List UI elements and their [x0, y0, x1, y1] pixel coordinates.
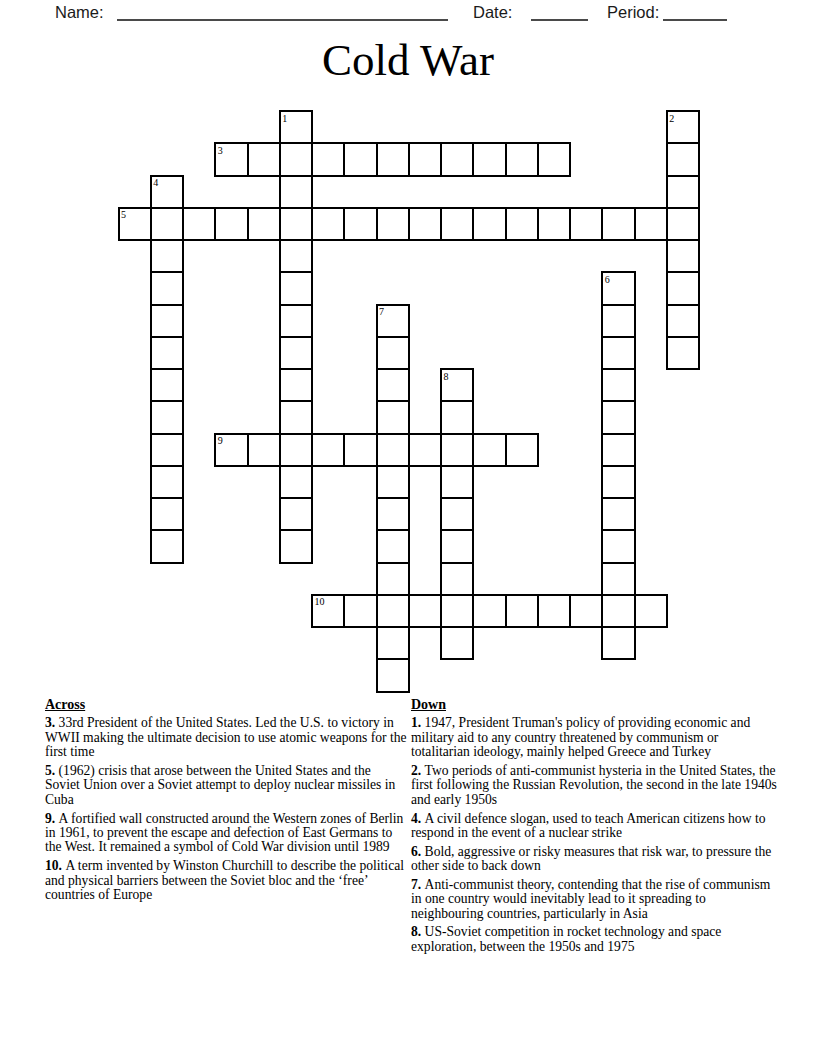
grid-cell-r9c5[interactable] [279, 400, 313, 434]
across-clue-list: 3. 33rd President of the United States. … [45, 716, 407, 902]
grid-cell-r8c8[interactable] [376, 368, 410, 402]
clue-down-1: 1. 1947, President Truman's policy of pr… [411, 716, 780, 759]
grid-cell-r8c5[interactable] [279, 368, 313, 402]
grid-cell-r8c15[interactable] [601, 368, 635, 402]
grid-cell-r6c17[interactable] [666, 304, 700, 338]
clue-num-label: 8. [411, 924, 425, 939]
grid-cell-r5c5[interactable] [279, 271, 313, 305]
grid-cell-r15c15[interactable] [601, 594, 635, 628]
grid-cell-r12c8[interactable] [376, 497, 410, 531]
grid-cell-r3c1[interactable] [150, 207, 184, 241]
date-blank-line [531, 19, 588, 21]
clue-num-label: 7. [411, 877, 425, 892]
grid-cell-r10c5[interactable] [279, 433, 313, 467]
clue-down-6: 6. Bold, aggressive or risky measures th… [411, 845, 780, 874]
grid-cell-r1c3[interactable] [214, 142, 248, 176]
period-label: Period: [607, 3, 659, 22]
grid-cell-r10c3[interactable] [214, 433, 248, 467]
grid-cell-r10c15[interactable] [601, 433, 635, 467]
grid-cell-r15c11[interactable] [472, 594, 506, 628]
grid-cell-r14c10[interactable] [440, 562, 474, 596]
grid-cell-r3c8[interactable] [376, 207, 410, 241]
grid-cell-r6c15[interactable] [601, 304, 635, 338]
grid-cell-r1c5[interactable] [279, 142, 313, 176]
grid-cell-r3c6[interactable] [311, 207, 345, 241]
grid-cell-r16c8[interactable] [376, 626, 410, 660]
grid-cell-r13c15[interactable] [601, 529, 635, 563]
period-blank-line [663, 19, 727, 21]
grid-cell-r1c12[interactable] [505, 142, 539, 176]
clue-num-label: 5. [45, 763, 59, 778]
down-clue-list: 1. 1947, President Truman's policy of pr… [411, 716, 780, 954]
grid-cell-r15c10[interactable] [440, 594, 474, 628]
clue-num-label: 6. [411, 844, 425, 859]
grid-cell-r3c15[interactable] [601, 207, 635, 241]
clue-across-5: 5. (1962) crisis that arose between the … [45, 764, 407, 807]
grid-cell-r10c6[interactable] [311, 433, 345, 467]
grid-cell-r10c7[interactable] [343, 433, 377, 467]
grid-cell-r13c5[interactable] [279, 529, 313, 563]
grid-cell-r10c12[interactable] [505, 433, 539, 467]
across-clues-section: Across 3. 33rd President of the United S… [45, 698, 407, 907]
grid-cell-r6c8[interactable] [376, 304, 410, 338]
grid-cell-r11c8[interactable] [376, 465, 410, 499]
grid-cell-r12c10[interactable] [440, 497, 474, 531]
grid-cell-r3c3[interactable] [214, 207, 248, 241]
grid-cell-r7c5[interactable] [279, 336, 313, 370]
clue-across-9: 9. A fortified wall constructed around t… [45, 812, 407, 855]
grid-cell-r16c15[interactable] [601, 626, 635, 660]
grid-cell-r10c10[interactable] [440, 433, 474, 467]
clue-down-4: 4. A civil defence slogan, used to teach… [411, 812, 780, 841]
grid-cell-r4c17[interactable] [666, 239, 700, 273]
grid-cell-r7c15[interactable] [601, 336, 635, 370]
grid-cell-r1c13[interactable] [537, 142, 571, 176]
grid-cell-r1c6[interactable] [311, 142, 345, 176]
grid-cell-r13c10[interactable] [440, 529, 474, 563]
grid-cell-r0c17[interactable] [666, 110, 700, 144]
grid-cell-r12c1[interactable] [150, 497, 184, 531]
grid-cell-r15c12[interactable] [505, 594, 539, 628]
grid-cell-r11c15[interactable] [601, 465, 635, 499]
grid-cell-r10c4[interactable] [247, 433, 281, 467]
grid-cell-r3c12[interactable] [505, 207, 539, 241]
grid-cell-r14c8[interactable] [376, 562, 410, 596]
grid-cell-r10c8[interactable] [376, 433, 410, 467]
grid-cell-r3c7[interactable] [343, 207, 377, 241]
grid-cell-r7c8[interactable] [376, 336, 410, 370]
grid-cell-r1c7[interactable] [343, 142, 377, 176]
grid-cell-r3c4[interactable] [247, 207, 281, 241]
grid-cell-r9c1[interactable] [150, 400, 184, 434]
grid-cell-r15c13[interactable] [537, 594, 571, 628]
grid-cell-r1c11[interactable] [472, 142, 506, 176]
grid-cell-r15c16[interactable] [634, 594, 668, 628]
grid-cell-r14c15[interactable] [601, 562, 635, 596]
across-heading: Across [45, 698, 407, 712]
grid-cell-r11c1[interactable] [150, 465, 184, 499]
worksheet-header: Name: Date: Period: [0, 3, 816, 25]
crossword-grid: 12345678910 [118, 110, 700, 692]
grid-cell-r5c15[interactable] [601, 271, 635, 305]
grid-cell-r3c10[interactable] [440, 207, 474, 241]
grid-cell-r2c17[interactable] [666, 175, 700, 209]
grid-cell-r15c7[interactable] [343, 594, 377, 628]
grid-cell-r1c4[interactable] [247, 142, 281, 176]
grid-cell-r10c9[interactable] [408, 433, 442, 467]
grid-cell-r3c13[interactable] [537, 207, 571, 241]
grid-cell-r4c1[interactable] [150, 239, 184, 273]
down-heading: Down [411, 698, 780, 712]
grid-cell-r1c17[interactable] [666, 142, 700, 176]
grid-cell-r9c8[interactable] [376, 400, 410, 434]
grid-cell-r3c16[interactable] [634, 207, 668, 241]
grid-cell-r13c8[interactable] [376, 529, 410, 563]
grid-cell-r3c11[interactable] [472, 207, 506, 241]
clue-down-2: 2. Two periods of anti-communist hysteri… [411, 764, 780, 807]
grid-cell-r7c17[interactable] [666, 336, 700, 370]
clue-num-label: 1. [411, 715, 425, 730]
grid-cell-r2c1[interactable] [150, 175, 184, 209]
grid-cell-r6c1[interactable] [150, 304, 184, 338]
grid-cell-r3c9[interactable] [408, 207, 442, 241]
grid-cell-r5c17[interactable] [666, 271, 700, 305]
clue-across-10: 10. A term invented by Winston Churchill… [45, 859, 407, 902]
grid-cell-r3c2[interactable] [182, 207, 216, 241]
grid-cell-r3c0[interactable] [118, 207, 152, 241]
grid-cell-r8c10[interactable] [440, 368, 474, 402]
clue-down-7: 7. Anti-communist theory, contending tha… [411, 878, 780, 921]
date-label: Date: [473, 3, 512, 22]
grid-cell-r3c17[interactable] [666, 207, 700, 241]
grid-cell-r4c5[interactable] [279, 239, 313, 273]
name-blank-line [117, 19, 448, 21]
clue-num-label: 9. [45, 811, 59, 826]
grid-cell-r6c5[interactable] [279, 304, 313, 338]
grid-cell-r3c5[interactable] [279, 207, 313, 241]
grid-cell-r17c8[interactable] [376, 658, 410, 692]
grid-cell-r7c1[interactable] [150, 336, 184, 370]
grid-cell-r1c8[interactable] [376, 142, 410, 176]
grid-cell-r1c10[interactable] [440, 142, 474, 176]
grid-cell-r3c14[interactable] [569, 207, 603, 241]
grid-cell-r12c15[interactable] [601, 497, 635, 531]
clue-num-label: 4. [411, 811, 425, 826]
grid-cell-r15c9[interactable] [408, 594, 442, 628]
clue-across-3: 3. 33rd President of the United States. … [45, 716, 407, 759]
puzzle-title: Cold War [0, 30, 816, 90]
grid-cell-r10c1[interactable] [150, 433, 184, 467]
grid-cell-r11c10[interactable] [440, 465, 474, 499]
grid-cell-r15c6[interactable] [311, 594, 345, 628]
clue-num-label: 10. [45, 858, 65, 873]
grid-cell-r12c5[interactable] [279, 497, 313, 531]
grid-cell-r13c1[interactable] [150, 529, 184, 563]
grid-cell-r0c5[interactable] [279, 110, 313, 144]
grid-cell-r9c10[interactable] [440, 400, 474, 434]
grid-cell-r10c11[interactable] [472, 433, 506, 467]
clue-down-8: 8. US-Soviet competition in rocket techn… [411, 925, 780, 954]
grid-cell-r5c1[interactable] [150, 271, 184, 305]
grid-cell-r11c5[interactable] [279, 465, 313, 499]
grid-cell-r1c9[interactable] [408, 142, 442, 176]
grid-cell-r8c1[interactable] [150, 368, 184, 402]
grid-cell-r15c14[interactable] [569, 594, 603, 628]
clue-num-label: 3. [45, 715, 59, 730]
grid-cell-r15c8[interactable] [376, 594, 410, 628]
name-label: Name: [55, 3, 104, 22]
clue-num-label: 2. [411, 763, 425, 778]
grid-cell-r16c10[interactable] [440, 626, 474, 660]
grid-cell-r2c5[interactable] [279, 175, 313, 209]
down-clues-section: Down 1. 1947, President Truman's policy … [411, 698, 780, 958]
grid-cell-r9c15[interactable] [601, 400, 635, 434]
